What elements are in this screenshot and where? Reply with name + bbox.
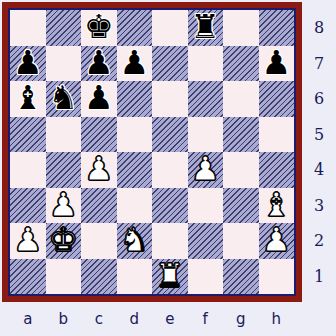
chess-board: ♚♜♟♟♟♟♝♞♟♟♟♟♝♟♚♞♟♜ bbox=[10, 10, 294, 294]
square-h5[interactable] bbox=[259, 117, 295, 153]
square-b7[interactable] bbox=[46, 46, 82, 82]
black-knight-b6[interactable]: ♞ bbox=[48, 81, 78, 114]
file-label-c: c bbox=[81, 304, 117, 334]
square-c8[interactable]: ♚ bbox=[81, 10, 117, 46]
square-f7[interactable] bbox=[188, 46, 224, 82]
file-label-a: a bbox=[10, 304, 46, 334]
square-b6[interactable]: ♞ bbox=[46, 81, 82, 117]
white-pawn-b3[interactable]: ♟ bbox=[48, 188, 78, 221]
square-c4[interactable]: ♟ bbox=[81, 152, 117, 188]
square-a1[interactable] bbox=[10, 259, 46, 295]
square-a3[interactable] bbox=[10, 188, 46, 224]
square-g7[interactable] bbox=[223, 46, 259, 82]
black-pawn-h7[interactable]: ♟ bbox=[261, 46, 291, 79]
file-label-b: b bbox=[46, 304, 82, 334]
file-label-h: h bbox=[259, 304, 295, 334]
square-a6[interactable]: ♝ bbox=[10, 81, 46, 117]
square-c7[interactable]: ♟ bbox=[81, 46, 117, 82]
square-f5[interactable] bbox=[188, 117, 224, 153]
black-rook-f8[interactable]: ♜ bbox=[190, 10, 220, 43]
white-pawn-a2[interactable]: ♟ bbox=[13, 223, 43, 256]
square-h3[interactable]: ♝ bbox=[259, 188, 295, 224]
square-g4[interactable] bbox=[223, 152, 259, 188]
black-pawn-c6[interactable]: ♟ bbox=[84, 81, 114, 114]
square-d4[interactable] bbox=[117, 152, 153, 188]
square-h4[interactable] bbox=[259, 152, 295, 188]
square-c2[interactable] bbox=[81, 223, 117, 259]
white-rook-e1[interactable]: ♜ bbox=[155, 259, 185, 292]
square-e1[interactable]: ♜ bbox=[152, 259, 188, 295]
square-g3[interactable] bbox=[223, 188, 259, 224]
rank-label-8: 8 bbox=[304, 10, 334, 46]
white-king-b2[interactable]: ♚ bbox=[48, 223, 78, 256]
square-f4[interactable]: ♟ bbox=[188, 152, 224, 188]
square-g2[interactable] bbox=[223, 223, 259, 259]
square-e4[interactable] bbox=[152, 152, 188, 188]
square-a8[interactable] bbox=[10, 10, 46, 46]
square-d5[interactable] bbox=[117, 117, 153, 153]
square-c1[interactable] bbox=[81, 259, 117, 295]
square-b1[interactable] bbox=[46, 259, 82, 295]
square-e2[interactable] bbox=[152, 223, 188, 259]
square-c6[interactable]: ♟ bbox=[81, 81, 117, 117]
chess-diagram: ♚♜♟♟♟♟♝♞♟♟♟♟♝♟♚♞♟♜ 87654321 abcdefgh bbox=[0, 0, 336, 336]
square-e8[interactable] bbox=[152, 10, 188, 46]
square-e7[interactable] bbox=[152, 46, 188, 82]
square-h8[interactable] bbox=[259, 10, 295, 46]
rank-label-4: 4 bbox=[304, 152, 334, 188]
square-d3[interactable] bbox=[117, 188, 153, 224]
square-d2[interactable]: ♞ bbox=[117, 223, 153, 259]
square-f1[interactable] bbox=[188, 259, 224, 295]
square-e6[interactable] bbox=[152, 81, 188, 117]
board-frame: ♚♜♟♟♟♟♝♞♟♟♟♟♝♟♚♞♟♜ bbox=[2, 2, 302, 302]
square-b4[interactable] bbox=[46, 152, 82, 188]
file-label-d: d bbox=[117, 304, 153, 334]
square-a2[interactable]: ♟ bbox=[10, 223, 46, 259]
square-f2[interactable] bbox=[188, 223, 224, 259]
square-c5[interactable] bbox=[81, 117, 117, 153]
rank-label-6: 6 bbox=[304, 81, 334, 117]
square-a5[interactable] bbox=[10, 117, 46, 153]
square-g8[interactable] bbox=[223, 10, 259, 46]
square-h1[interactable] bbox=[259, 259, 295, 295]
square-a4[interactable] bbox=[10, 152, 46, 188]
white-knight-d2[interactable]: ♞ bbox=[119, 223, 149, 256]
rank-label-5: 5 bbox=[304, 117, 334, 153]
square-f6[interactable] bbox=[188, 81, 224, 117]
black-king-c8[interactable]: ♚ bbox=[84, 10, 114, 43]
file-label-f: f bbox=[188, 304, 224, 334]
rank-label-1: 1 bbox=[304, 259, 334, 295]
white-bishop-h3[interactable]: ♝ bbox=[261, 188, 291, 221]
square-b2[interactable]: ♚ bbox=[46, 223, 82, 259]
rank-label-7: 7 bbox=[304, 46, 334, 82]
square-e3[interactable] bbox=[152, 188, 188, 224]
black-pawn-a7[interactable]: ♟ bbox=[13, 46, 43, 79]
square-d7[interactable]: ♟ bbox=[117, 46, 153, 82]
square-d8[interactable] bbox=[117, 10, 153, 46]
square-h7[interactable]: ♟ bbox=[259, 46, 295, 82]
square-g6[interactable] bbox=[223, 81, 259, 117]
board-border: ♚♜♟♟♟♟♝♞♟♟♟♟♝♟♚♞♟♜ bbox=[8, 8, 296, 296]
square-g1[interactable] bbox=[223, 259, 259, 295]
black-pawn-c7[interactable]: ♟ bbox=[84, 46, 114, 79]
square-c3[interactable] bbox=[81, 188, 117, 224]
square-h6[interactable] bbox=[259, 81, 295, 117]
square-h2[interactable]: ♟ bbox=[259, 223, 295, 259]
square-b3[interactable]: ♟ bbox=[46, 188, 82, 224]
square-a7[interactable]: ♟ bbox=[10, 46, 46, 82]
square-f8[interactable]: ♜ bbox=[188, 10, 224, 46]
black-pawn-d7[interactable]: ♟ bbox=[119, 46, 149, 79]
black-bishop-a6[interactable]: ♝ bbox=[13, 81, 43, 114]
square-b5[interactable] bbox=[46, 117, 82, 153]
rank-label-3: 3 bbox=[304, 188, 334, 224]
white-pawn-h2[interactable]: ♟ bbox=[261, 223, 291, 256]
file-labels: abcdefgh bbox=[10, 304, 294, 334]
rank-labels: 87654321 bbox=[304, 10, 334, 294]
square-b8[interactable] bbox=[46, 10, 82, 46]
white-pawn-f4[interactable]: ♟ bbox=[190, 152, 220, 185]
white-pawn-c4[interactable]: ♟ bbox=[84, 152, 114, 185]
square-d1[interactable] bbox=[117, 259, 153, 295]
square-f3[interactable] bbox=[188, 188, 224, 224]
rank-label-2: 2 bbox=[304, 223, 334, 259]
square-d6[interactable] bbox=[117, 81, 153, 117]
square-e5[interactable] bbox=[152, 117, 188, 153]
file-label-e: e bbox=[152, 304, 188, 334]
square-g5[interactable] bbox=[223, 117, 259, 153]
file-label-g: g bbox=[223, 304, 259, 334]
